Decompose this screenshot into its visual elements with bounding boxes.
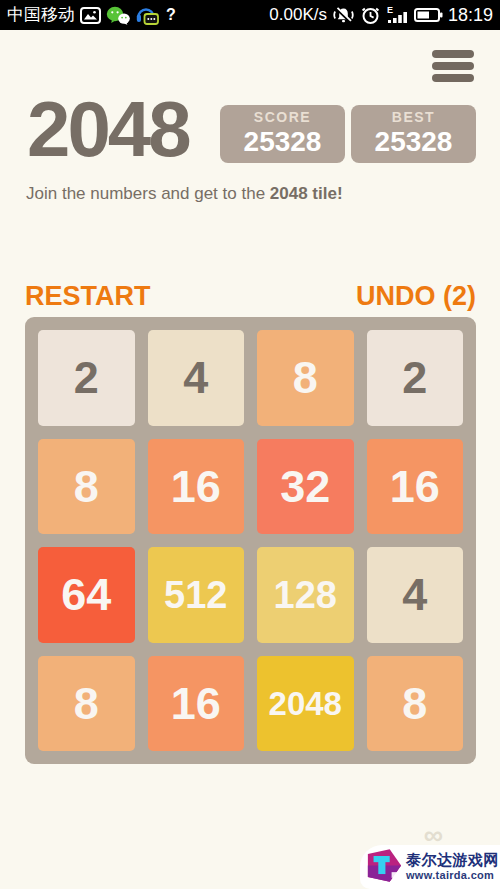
headset-service-icon: [136, 5, 159, 25]
tile-16: 16: [148, 656, 245, 752]
tile-8: 8: [38, 439, 135, 535]
tile-32: 32: [257, 439, 354, 535]
menu-bar: [432, 74, 474, 82]
tile-8: 8: [38, 656, 135, 752]
tile-2: 2: [367, 330, 464, 426]
gallery-icon: [80, 7, 101, 24]
subtitle-goal: 2048 tile!: [270, 184, 343, 203]
watermark-text: 泰尔达游戏网 www.tairda.com: [406, 851, 499, 882]
watermark-site-url: www.tairda.com: [406, 869, 499, 882]
score-box: SCORE 25328: [220, 105, 345, 163]
battery-icon: [414, 8, 443, 22]
menu-bar: [432, 62, 474, 70]
watermark-site-name: 泰尔达游戏网: [406, 851, 499, 869]
menu-bar: [432, 50, 474, 58]
alarm-clock-icon: [360, 5, 381, 25]
site-watermark: 泰尔达游戏网 www.tairda.com: [360, 845, 500, 889]
score-value: 25328: [244, 126, 322, 158]
tile-128: 128: [257, 547, 354, 643]
tile-64: 64: [38, 547, 135, 643]
tile-2048: 2048: [257, 656, 354, 752]
menu-icon[interactable]: [432, 50, 474, 82]
tile-4: 4: [148, 330, 245, 426]
undo-button[interactable]: UNDO (2): [356, 281, 476, 312]
score-label: SCORE: [254, 110, 311, 125]
best-value: 25328: [375, 126, 453, 158]
signal-bars-icon: E: [386, 5, 409, 25]
game-controls: RESTART UNDO (2): [25, 281, 476, 312]
best-score-box: BEST 25328: [351, 105, 476, 163]
tile-4: 4: [367, 547, 464, 643]
tile-2: 2: [38, 330, 135, 426]
tairda-logo-icon: [365, 847, 403, 888]
game-subtitle: Join the numbers and get to the 2048 til…: [26, 184, 343, 204]
subtitle-text: Join the numbers and get to the: [26, 184, 270, 203]
restart-button[interactable]: RESTART: [25, 281, 151, 312]
game-board[interactable]: 2482816321664512128481620488: [25, 317, 476, 764]
carrier-label: 中国移动: [7, 0, 75, 30]
game-title: 2048: [27, 90, 189, 168]
phone-screen: 中国移动: [0, 0, 500, 889]
best-label: BEST: [392, 110, 435, 125]
mute-vibrate-icon: [332, 6, 355, 24]
wifi-question-icon: ?: [164, 6, 178, 24]
wechat-icon: [106, 6, 131, 25]
tile-8: 8: [257, 330, 354, 426]
tile-16: 16: [148, 439, 245, 535]
status-bar: 中国移动: [0, 0, 500, 30]
score-panel: SCORE 25328 BEST 25328: [220, 105, 476, 163]
signal-type-label: E: [387, 5, 393, 15]
network-speed: 0.00K/s: [269, 0, 327, 30]
tile-16: 16: [367, 439, 464, 535]
tile-512: 512: [148, 547, 245, 643]
tile-8: 8: [367, 656, 464, 752]
clock-time: 18:19: [448, 0, 493, 30]
